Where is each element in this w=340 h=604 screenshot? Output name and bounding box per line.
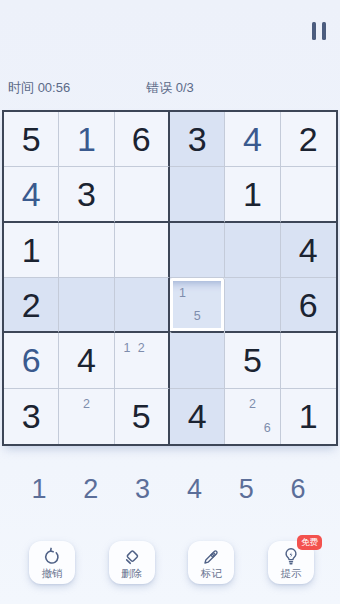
cell-value: 3	[188, 122, 207, 156]
cell-value: 1	[243, 177, 262, 211]
undo-icon	[42, 547, 62, 567]
cell-value: 5	[243, 343, 262, 377]
mark-button[interactable]: 标记	[188, 541, 234, 584]
cell-r6c1[interactable]: 3	[4, 389, 59, 444]
sudoku-screen: 时间 00:56 错误 0/3 516342431142156641253254…	[0, 0, 340, 604]
undo-button[interactable]: 撤销	[29, 541, 75, 584]
cell-r2c6[interactable]	[281, 167, 336, 222]
cell-r3c5[interactable]	[225, 223, 280, 278]
numpad-key-6[interactable]: 6	[285, 474, 311, 505]
eraser-icon	[122, 547, 142, 567]
note-2: 2	[134, 336, 148, 360]
hint-button[interactable]: 免费 提示	[268, 541, 314, 584]
cell-r5c1[interactable]: 6	[4, 333, 59, 388]
cell-r4c5[interactable]	[225, 278, 280, 333]
cell-value: 2	[299, 122, 318, 156]
numpad-key-1[interactable]: 1	[26, 474, 52, 505]
pause-button[interactable]	[307, 21, 331, 41]
cell-value: 6	[132, 122, 151, 156]
cell-r3c6[interactable]: 4	[281, 223, 336, 278]
cell-r2c2[interactable]: 3	[59, 167, 114, 222]
cell-r6c5[interactable]: 26	[225, 389, 280, 444]
cell-r3c4[interactable]	[170, 223, 225, 278]
cell-r4c6[interactable]: 6	[281, 278, 336, 333]
cell-r3c1[interactable]: 1	[4, 223, 59, 278]
cell-r6c3[interactable]: 5	[115, 389, 170, 444]
cell-value: 4	[243, 122, 262, 156]
cell-r5c4[interactable]	[170, 333, 225, 388]
cell-r5c2[interactable]: 4	[59, 333, 114, 388]
note-2: 2	[79, 392, 94, 417]
cell-r6c2[interactable]: 2	[59, 389, 114, 444]
status-bar: 时间 00:56 错误 0/3	[0, 79, 340, 97]
numpad-key-3[interactable]: 3	[130, 474, 156, 505]
pause-icon	[312, 22, 316, 40]
mark-label: 标记	[201, 568, 222, 579]
cell-value: 3	[22, 399, 41, 433]
cell-value: 3	[77, 177, 96, 211]
cell-r1c3[interactable]: 6	[115, 112, 170, 167]
cell-value: 4	[77, 343, 96, 377]
cell-value: 6	[22, 343, 41, 377]
cell-r4c4[interactable]: 15	[170, 278, 225, 333]
cell-value: 2	[22, 288, 41, 322]
cell-notes: 15	[175, 281, 219, 328]
cell-r3c2[interactable]	[59, 223, 114, 278]
cell-r2c4[interactable]	[170, 167, 225, 222]
note-1: 1	[175, 281, 190, 305]
numpad-key-5[interactable]: 5	[233, 474, 259, 505]
toolbar: 撤销 删除 标记 免费 提示	[0, 541, 340, 584]
note-2: 2	[245, 392, 260, 417]
cell-r1c1[interactable]: 5	[4, 112, 59, 167]
free-badge: 免费	[297, 535, 322, 550]
erase-button[interactable]: 删除	[109, 541, 155, 584]
cell-r5c6[interactable]	[281, 333, 336, 388]
erase-label: 删除	[121, 568, 142, 579]
mistakes-value: 0/3	[176, 80, 194, 95]
numpad-key-2[interactable]: 2	[78, 474, 104, 505]
cell-r1c5[interactable]: 4	[225, 112, 280, 167]
note-1: 1	[120, 336, 134, 360]
cell-r3c3[interactable]	[115, 223, 170, 278]
cell-value: 1	[22, 233, 41, 267]
cell-value: 5	[22, 122, 41, 156]
cell-value: 1	[299, 399, 318, 433]
cell-r4c2[interactable]	[59, 278, 114, 333]
cell-value: 1	[77, 122, 96, 156]
cell-notes: 26	[230, 392, 274, 441]
hint-label: 提示	[280, 568, 301, 579]
cell-r1c6[interactable]: 2	[281, 112, 336, 167]
note-5: 5	[190, 305, 205, 329]
cell-r1c2[interactable]: 1	[59, 112, 114, 167]
cell-r4c3[interactable]	[115, 278, 170, 333]
hint-bulb-icon	[281, 547, 301, 567]
cell-r2c5[interactable]: 1	[225, 167, 280, 222]
numpad: 123456	[0, 474, 340, 505]
cell-notes: 2	[64, 392, 108, 441]
pencil-icon	[201, 547, 221, 567]
cell-value: 4	[188, 399, 207, 433]
pause-icon	[322, 22, 326, 40]
cell-r4c1[interactable]: 2	[4, 278, 59, 333]
cell-r2c1[interactable]: 4	[4, 167, 59, 222]
cell-value: 6	[299, 288, 318, 322]
sudoku-board: 516342431142156641253254261	[2, 110, 338, 446]
cell-r6c4[interactable]: 4	[170, 389, 225, 444]
numpad-key-4[interactable]: 4	[181, 474, 207, 505]
cell-value: 5	[132, 399, 151, 433]
cell-r5c5[interactable]: 5	[225, 333, 280, 388]
undo-label: 撤销	[42, 568, 63, 579]
cell-r1c4[interactable]: 3	[170, 112, 225, 167]
mistake-counter: 错误 0/3	[0, 79, 340, 97]
cell-r6c6[interactable]: 1	[281, 389, 336, 444]
cell-value: 4	[22, 177, 41, 211]
cell-value: 4	[299, 233, 318, 267]
cell-r2c3[interactable]	[115, 167, 170, 222]
mistakes-label: 错误	[146, 80, 172, 95]
cell-notes: 12	[120, 336, 163, 384]
note-6: 6	[260, 416, 275, 441]
cell-r5c3[interactable]: 12	[115, 333, 170, 388]
